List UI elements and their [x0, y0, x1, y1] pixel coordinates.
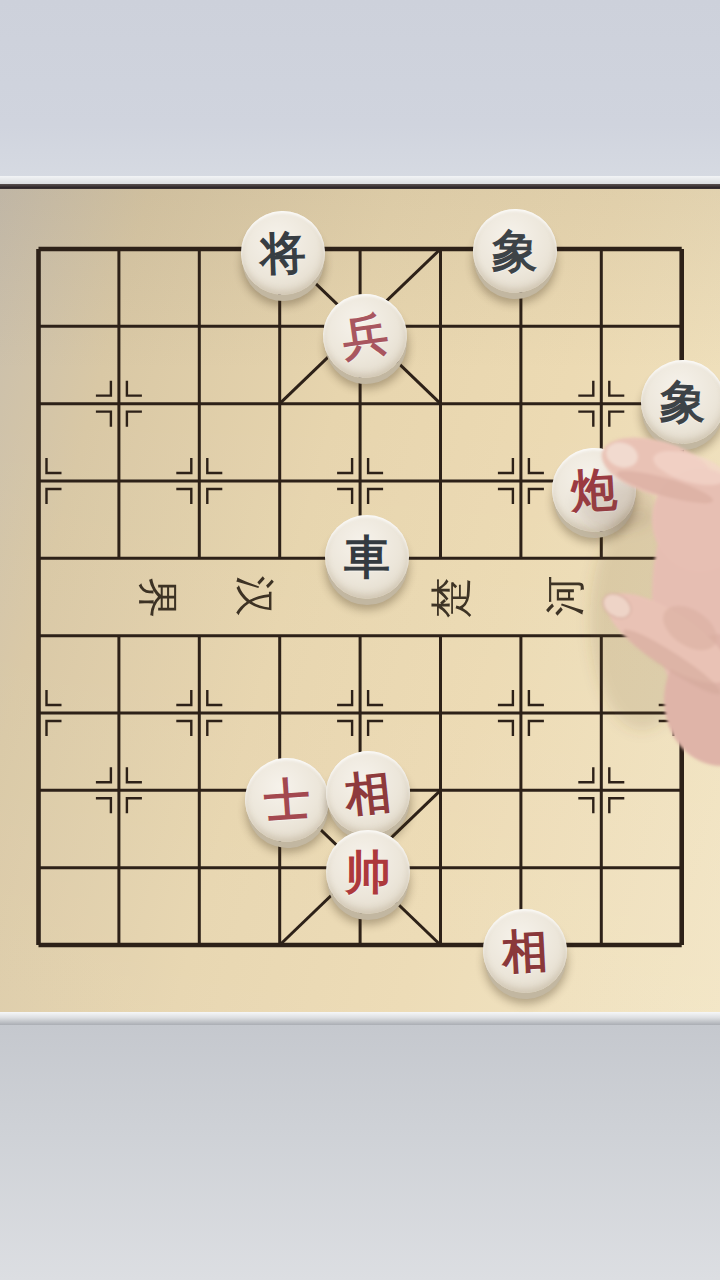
piece-black-elephant-2: 象 — [639, 358, 720, 446]
piece-glyph: 相 — [481, 907, 569, 995]
background-wall — [0, 0, 720, 178]
piece-glyph: 車 — [325, 515, 409, 599]
piece-red-soldier: 兵 — [318, 289, 413, 384]
piece-glyph: 象 — [471, 208, 558, 295]
piece-glyph: 相 — [322, 747, 414, 839]
piece-glyph: 帅 — [326, 830, 410, 914]
pieces-layer: 将象兵象炮車士相帅相 — [0, 210, 720, 983]
piece-glyph: 炮 — [550, 446, 638, 534]
piece-red-elephant-2: 相 — [481, 907, 569, 995]
background-floor — [0, 1025, 720, 1280]
piece-black-general: 将 — [239, 210, 326, 297]
piece-glyph: 象 — [639, 358, 720, 446]
xiangqi-board: 界汉楚河 将象兵象炮車士相帅相 — [0, 189, 720, 1012]
photo-scene: 界汉楚河 将象兵象炮車士相帅相 — [0, 0, 720, 1280]
piece-glyph: 士 — [242, 755, 332, 845]
piece-black-chariot: 車 — [325, 515, 409, 599]
piece-red-cannon: 炮 — [550, 446, 638, 534]
piece-glyph: 兵 — [318, 289, 413, 384]
piece-red-elephant-1: 相 — [322, 747, 414, 839]
piece-red-advisor: 士 — [242, 755, 332, 845]
board-frame-bottom-edge — [0, 1012, 720, 1025]
piece-glyph: 将 — [239, 210, 326, 297]
piece-red-general: 帅 — [326, 830, 410, 914]
piece-black-elephant-1: 象 — [471, 208, 558, 295]
